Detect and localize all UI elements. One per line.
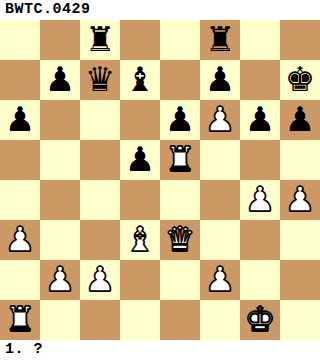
square-a1[interactable]: ♜ [0,300,40,340]
square-c7[interactable]: ♛ [80,60,120,100]
piece-white-bishop: ♝ [125,219,155,259]
square-c6[interactable] [80,100,120,140]
piece-white-rook: ♜ [165,139,195,179]
square-c2[interactable]: ♟ [80,260,120,300]
square-g4[interactable]: ♟ [240,180,280,220]
square-c8[interactable]: ♜ [80,20,120,60]
page-title: BWTC.0429 [0,0,320,20]
piece-white-pawn: ♟ [5,219,35,259]
square-d7[interactable]: ♝ [120,60,160,100]
square-b4[interactable] [40,180,80,220]
square-g6[interactable]: ♟ [240,100,280,140]
square-c5[interactable] [80,140,120,180]
piece-white-pawn: ♟ [245,179,275,219]
square-b7[interactable]: ♟ [40,60,80,100]
square-a7[interactable] [0,60,40,100]
square-h2[interactable] [280,260,320,300]
square-d6[interactable] [120,100,160,140]
square-c1[interactable] [80,300,120,340]
square-g8[interactable] [240,20,280,60]
square-f7[interactable]: ♟ [200,60,240,100]
square-d8[interactable] [120,20,160,60]
square-d2[interactable] [120,260,160,300]
square-b3[interactable] [40,220,80,260]
square-e4[interactable] [160,180,200,220]
square-d5[interactable]: ♟ [120,140,160,180]
piece-black-queen: ♛ [85,59,115,99]
square-f5[interactable] [200,140,240,180]
square-c3[interactable] [80,220,120,260]
square-e2[interactable] [160,260,200,300]
piece-white-pawn: ♟ [285,179,315,219]
square-b2[interactable]: ♟ [40,260,80,300]
square-h5[interactable] [280,140,320,180]
square-g1[interactable]: ♚ [240,300,280,340]
piece-white-rook: ♜ [5,299,35,339]
square-f8[interactable]: ♜ [200,20,240,60]
piece-black-pawn: ♟ [5,99,35,139]
square-g3[interactable] [240,220,280,260]
square-a2[interactable] [0,260,40,300]
square-e8[interactable] [160,20,200,60]
square-f4[interactable] [200,180,240,220]
piece-black-pawn: ♟ [285,99,315,139]
square-d3[interactable]: ♝ [120,220,160,260]
square-h7[interactable]: ♚ [280,60,320,100]
square-g5[interactable] [240,140,280,180]
square-a3[interactable]: ♟ [0,220,40,260]
square-d4[interactable] [120,180,160,220]
piece-black-rook: ♜ [85,19,115,59]
square-b8[interactable] [40,20,80,60]
square-a6[interactable]: ♟ [0,100,40,140]
square-e7[interactable] [160,60,200,100]
piece-white-pawn: ♟ [205,99,235,139]
piece-white-pawn: ♟ [45,259,75,299]
square-e6[interactable]: ♟ [160,100,200,140]
piece-black-pawn: ♟ [45,59,75,99]
square-f2[interactable]: ♟ [200,260,240,300]
move-prompt: 1. ? [0,340,320,360]
square-h8[interactable] [280,20,320,60]
piece-black-king: ♚ [285,59,315,99]
piece-black-pawn: ♟ [165,99,195,139]
piece-black-pawn: ♟ [205,59,235,99]
square-e1[interactable] [160,300,200,340]
piece-black-bishop: ♝ [125,59,155,99]
square-e5[interactable]: ♜ [160,140,200,180]
piece-white-queen: ♛ [165,219,195,259]
piece-black-pawn: ♟ [125,139,155,179]
square-h6[interactable]: ♟ [280,100,320,140]
square-g2[interactable] [240,260,280,300]
square-c4[interactable] [80,180,120,220]
square-h4[interactable]: ♟ [280,180,320,220]
chess-board: ♜♜♟♛♝♟♚♟♟♟♟♟♟♜♟♟♟♝♛♟♟♟♜♚ [0,20,320,340]
square-f3[interactable] [200,220,240,260]
piece-white-king: ♚ [245,299,275,339]
square-f1[interactable] [200,300,240,340]
square-d1[interactable] [120,300,160,340]
square-a5[interactable] [0,140,40,180]
square-g7[interactable] [240,60,280,100]
square-b6[interactable] [40,100,80,140]
square-h3[interactable] [280,220,320,260]
piece-white-pawn: ♟ [205,259,235,299]
square-h1[interactable] [280,300,320,340]
square-f6[interactable]: ♟ [200,100,240,140]
square-a8[interactable] [0,20,40,60]
piece-black-pawn: ♟ [245,99,275,139]
square-b5[interactable] [40,140,80,180]
piece-white-pawn: ♟ [85,259,115,299]
piece-black-rook: ♜ [205,19,235,59]
square-b1[interactable] [40,300,80,340]
square-a4[interactable] [0,180,40,220]
square-e3[interactable]: ♛ [160,220,200,260]
